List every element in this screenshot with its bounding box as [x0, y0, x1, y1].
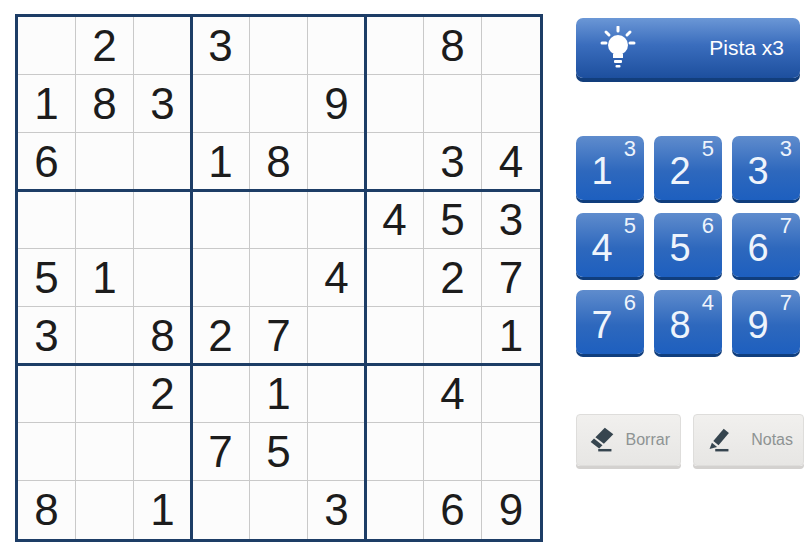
cell-r1c1[interactable] [18, 17, 76, 75]
cell-r4c7[interactable]: 4 [366, 191, 424, 249]
cell-r6c2[interactable] [76, 307, 134, 365]
numpad-remaining-count: 5 [702, 138, 714, 160]
cell-r8c8[interactable] [424, 423, 482, 481]
notes-label: Notas [751, 431, 793, 449]
cell-r5c7[interactable] [366, 249, 424, 307]
cell-r2c7[interactable] [366, 75, 424, 133]
sudoku-board: 23818396183445351427382712147581369 [15, 14, 543, 542]
cell-r4c2[interactable] [76, 191, 134, 249]
cell-r2c9[interactable] [482, 75, 540, 133]
numpad-remaining-count: 6 [624, 292, 636, 314]
numpad-button-1[interactable]: 1 3 [576, 136, 644, 200]
numpad-remaining-count: 5 [624, 215, 636, 237]
numpad-digit: 4 [576, 219, 628, 277]
cell-r5c4[interactable] [192, 249, 250, 307]
cell-r6c5[interactable]: 7 [250, 307, 308, 365]
notes-button[interactable]: Notas [693, 414, 804, 466]
cell-r7c4[interactable] [192, 365, 250, 423]
cell-r5c2[interactable]: 1 [76, 249, 134, 307]
sudoku-board-area: 23818396183445351427382712147581369 [15, 14, 543, 542]
cell-r4c6[interactable] [308, 191, 366, 249]
cell-r9c7[interactable] [366, 481, 424, 539]
cell-r8c6[interactable] [308, 423, 366, 481]
cell-r6c6[interactable] [308, 307, 366, 365]
cell-r6c4[interactable]: 2 [192, 307, 250, 365]
cell-r1c6[interactable] [308, 17, 366, 75]
cell-r2c4[interactable] [192, 75, 250, 133]
cell-r2c8[interactable] [424, 75, 482, 133]
cell-r5c8[interactable]: 2 [424, 249, 482, 307]
cell-r9c3[interactable]: 1 [134, 481, 192, 539]
numpad-digit: 3 [732, 142, 784, 200]
cell-r3c4[interactable]: 1 [192, 133, 250, 191]
numpad-remaining-count: 7 [780, 215, 792, 237]
cell-r3c3[interactable] [134, 133, 192, 191]
cell-r4c8[interactable]: 5 [424, 191, 482, 249]
cell-r8c3[interactable] [134, 423, 192, 481]
cell-r1c9[interactable] [482, 17, 540, 75]
cell-r3c9[interactable]: 4 [482, 133, 540, 191]
cell-r1c5[interactable] [250, 17, 308, 75]
cell-r1c3[interactable] [134, 17, 192, 75]
cell-r4c3[interactable] [134, 191, 192, 249]
numpad-digit: 6 [732, 219, 784, 277]
numpad-remaining-count: 3 [780, 138, 792, 160]
cell-r9c4[interactable] [192, 481, 250, 539]
cell-r7c8[interactable]: 4 [424, 365, 482, 423]
numpad-button-3[interactable]: 3 3 [732, 136, 800, 200]
control-panel: Pista x3 1 3 2 5 3 3 4 5 5 6 6 7 7 6 [576, 18, 804, 466]
cell-r3c2[interactable] [76, 133, 134, 191]
numpad-button-6[interactable]: 6 7 [732, 213, 800, 277]
cell-r2c6[interactable]: 9 [308, 75, 366, 133]
cell-r6c7[interactable] [366, 307, 424, 365]
cell-r3c1[interactable]: 6 [18, 133, 76, 191]
cell-r8c1[interactable] [18, 423, 76, 481]
cell-r3c8[interactable]: 3 [424, 133, 482, 191]
cell-r6c1[interactable]: 3 [18, 307, 76, 365]
cell-r8c9[interactable] [482, 423, 540, 481]
numpad-remaining-count: 6 [702, 215, 714, 237]
cell-r9c6[interactable]: 3 [308, 481, 366, 539]
cell-r7c9[interactable] [482, 365, 540, 423]
numpad-button-2[interactable]: 2 5 [654, 136, 722, 200]
cell-r2c2[interactable]: 8 [76, 75, 134, 133]
cell-r9c5[interactable] [250, 481, 308, 539]
erase-button[interactable]: Borrar [576, 414, 681, 466]
cell-r7c5[interactable]: 1 [250, 365, 308, 423]
cell-r5c9[interactable]: 7 [482, 249, 540, 307]
numpad-button-7[interactable]: 7 6 [576, 290, 644, 354]
erase-label: Borrar [626, 431, 670, 449]
cell-r1c4[interactable]: 3 [192, 17, 250, 75]
cell-r1c8[interactable]: 8 [424, 17, 482, 75]
cell-r4c4[interactable] [192, 191, 250, 249]
numpad-button-8[interactable]: 8 4 [654, 290, 722, 354]
cell-r9c9[interactable]: 9 [482, 481, 540, 539]
cell-r9c2[interactable] [76, 481, 134, 539]
cell-r3c7[interactable] [366, 133, 424, 191]
cell-r7c7[interactable] [366, 365, 424, 423]
cell-r6c8[interactable] [424, 307, 482, 365]
numpad-button-9[interactable]: 9 7 [732, 290, 800, 354]
cell-r7c6[interactable] [308, 365, 366, 423]
numpad-digit: 8 [654, 296, 706, 354]
number-pad: 1 3 2 5 3 3 4 5 5 6 6 7 7 6 8 4 [576, 136, 804, 354]
numpad-digit: 2 [654, 142, 706, 200]
cell-r5c6[interactable]: 4 [308, 249, 366, 307]
cell-r5c1[interactable]: 5 [18, 249, 76, 307]
action-buttons: Borrar Notas [576, 414, 804, 466]
cell-r1c7[interactable] [366, 17, 424, 75]
eraser-icon [585, 423, 619, 457]
cell-r9c8[interactable]: 6 [424, 481, 482, 539]
hint-label: Pista x3 [709, 36, 784, 60]
cell-r4c1[interactable] [18, 191, 76, 249]
cell-r7c1[interactable] [18, 365, 76, 423]
cell-r4c9[interactable]: 3 [482, 191, 540, 249]
numpad-digit: 1 [576, 142, 628, 200]
cell-r7c3[interactable]: 2 [134, 365, 192, 423]
cell-r3c5[interactable]: 8 [250, 133, 308, 191]
cell-r8c4[interactable]: 7 [192, 423, 250, 481]
numpad-digit: 9 [732, 296, 784, 354]
numpad-remaining-count: 3 [624, 138, 636, 160]
numpad-remaining-count: 7 [780, 292, 792, 314]
cell-r8c7[interactable] [366, 423, 424, 481]
numpad-digit: 5 [654, 219, 706, 277]
cell-r8c5[interactable]: 5 [250, 423, 308, 481]
cell-r5c3[interactable] [134, 249, 192, 307]
cell-r2c1[interactable]: 1 [18, 75, 76, 133]
numpad-digit: 7 [576, 296, 628, 354]
lightbulb-icon [598, 26, 638, 70]
pencil-icon [702, 423, 736, 457]
cell-r7c2[interactable] [76, 365, 134, 423]
cell-r2c3[interactable]: 3 [134, 75, 192, 133]
cell-r3c6[interactable] [308, 133, 366, 191]
cell-r4c5[interactable] [250, 191, 308, 249]
cell-r9c1[interactable]: 8 [18, 481, 76, 539]
cell-r6c3[interactable]: 8 [134, 307, 192, 365]
cell-r2c5[interactable] [250, 75, 308, 133]
cell-r5c5[interactable] [250, 249, 308, 307]
numpad-button-4[interactable]: 4 5 [576, 213, 644, 277]
numpad-remaining-count: 4 [702, 292, 714, 314]
numpad-button-5[interactable]: 5 6 [654, 213, 722, 277]
cell-r6c9[interactable]: 1 [482, 307, 540, 365]
cell-r8c2[interactable] [76, 423, 134, 481]
hint-button[interactable]: Pista x3 [576, 18, 800, 78]
cell-r1c2[interactable]: 2 [76, 17, 134, 75]
